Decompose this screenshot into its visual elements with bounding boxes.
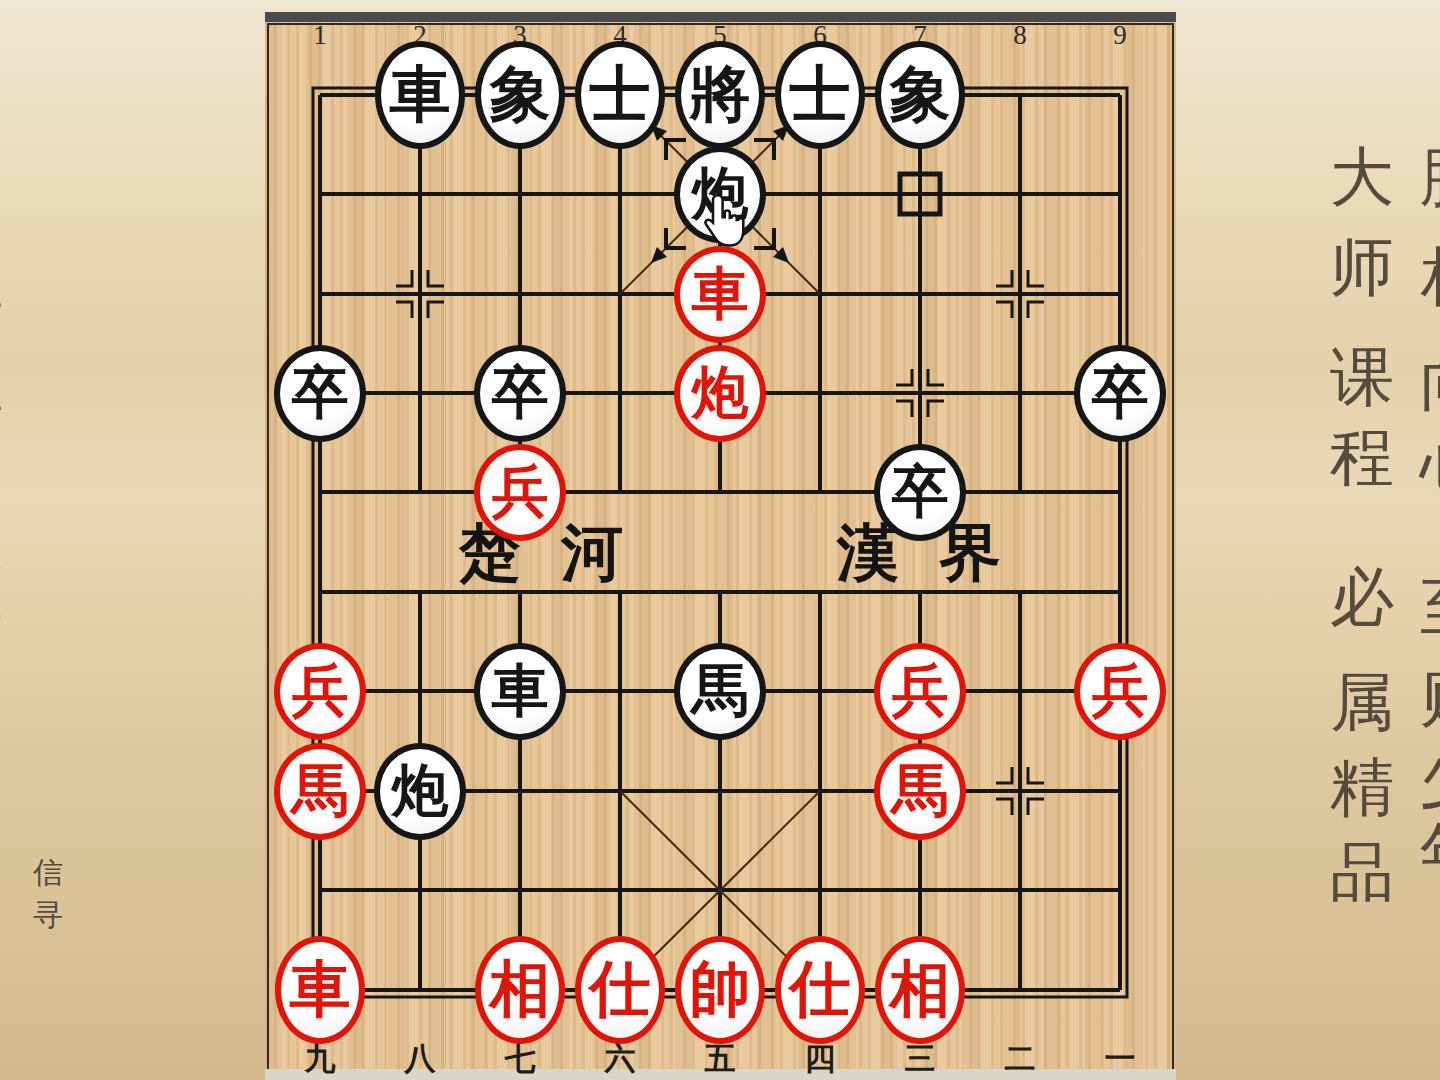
calligraphy-right: 大 [1325, 146, 1399, 210]
file-label-top-9: 9 [1100, 20, 1140, 51]
piece-red-相[interactable]: 相 [475, 936, 565, 1044]
point-marker [1028, 799, 1044, 815]
piece-black-車[interactable]: 車 [474, 643, 566, 740]
point-marker [1028, 302, 1044, 318]
calligraphy-right: 程 [1325, 426, 1399, 490]
calligraphy-right: 师 [1325, 236, 1399, 300]
calligraphy-right-edge-cut: 至 [1415, 576, 1440, 640]
point-marker [896, 401, 912, 417]
point-marker [996, 270, 1012, 286]
point-marker [928, 369, 944, 385]
calligraphy-left-small: 寻 [28, 900, 68, 930]
piece-black-象[interactable]: 象 [475, 41, 565, 149]
point-marker [928, 401, 944, 417]
point-marker [996, 767, 1012, 783]
file-label-bottom: 七 [498, 1038, 542, 1080]
piece-black-車[interactable]: 車 [375, 41, 465, 149]
file-label-bottom: 九 [298, 1038, 342, 1080]
piece-red-兵[interactable]: 兵 [274, 643, 366, 740]
piece-black-炮[interactable]: 炮 [374, 743, 466, 840]
calligraphy-left-edge-cut: 师 [0, 611, 8, 675]
point-marker [1028, 767, 1044, 783]
point-marker [896, 369, 912, 385]
piece-red-仕[interactable]: 仕 [575, 936, 665, 1044]
piece-red-仕[interactable]: 仕 [775, 936, 865, 1044]
calligraphy-left-edge-cut: 受 [0, 421, 8, 485]
calligraphy-right: 品 [1325, 841, 1399, 905]
piece-red-車[interactable]: 車 [674, 246, 766, 343]
calligraphy-right-edge-cut: 少 [1415, 746, 1440, 810]
calligraphy-left-edge-cut: 实 [0, 186, 8, 250]
piece-black-卒[interactable]: 卒 [874, 444, 966, 541]
piece-red-帥[interactable]: 帥 [675, 936, 765, 1044]
file-label-top-1: 1 [300, 20, 340, 51]
calligraphy-right: 精 [1325, 756, 1399, 820]
calligraphy-right-edge-cut: 年 [1415, 821, 1440, 885]
piece-red-兵[interactable]: 兵 [874, 643, 966, 740]
calligraphy-left-edge-cut: 课 [0, 271, 8, 335]
piece-black-士[interactable]: 士 [775, 41, 865, 149]
file-label-bottom: 一 [1098, 1038, 1142, 1080]
piece-red-炮[interactable]: 炮 [674, 345, 766, 442]
piece-red-車[interactable]: 車 [275, 936, 365, 1044]
file-label-bottom: 三 [898, 1038, 942, 1080]
point-marker [428, 302, 444, 318]
file-label-top-8: 8 [1000, 20, 1040, 51]
calligraphy-right-edge-cut: 胜 [1415, 146, 1440, 210]
piece-black-士[interactable]: 士 [575, 41, 665, 149]
calligraphy-left-edge-cut: 导 [0, 761, 8, 825]
file-label-bottom: 五 [698, 1038, 742, 1080]
point-marker [396, 270, 412, 286]
piece-red-兵[interactable]: 兵 [474, 444, 566, 541]
point-marker [996, 799, 1012, 815]
file-label-bottom: 四 [798, 1038, 842, 1080]
hand-cursor-icon [701, 193, 749, 253]
calligraphy-right-edge-cut: 心 [1415, 431, 1440, 495]
point-marker [428, 270, 444, 286]
piece-red-馬[interactable]: 馬 [874, 743, 966, 840]
calligraphy-right-edge-cut: 向 [1415, 351, 1440, 415]
calligraphy-left-edge-cut: 大 [0, 511, 8, 575]
piece-black-象[interactable]: 象 [875, 41, 965, 149]
file-label-bottom: 六 [598, 1038, 642, 1080]
file-label-bottom: 八 [398, 1038, 442, 1080]
piece-black-卒[interactable]: 卒 [1074, 345, 1166, 442]
calligraphy-right: 课 [1325, 346, 1399, 410]
point-marker [396, 302, 412, 318]
point-marker [996, 302, 1012, 318]
piece-black-卒[interactable]: 卒 [274, 345, 366, 442]
calligraphy-right: 必 [1325, 566, 1399, 630]
piece-red-相[interactable]: 相 [875, 936, 965, 1044]
calligraphy-right-edge-cut: 相 [1415, 246, 1440, 310]
point-marker [1028, 270, 1044, 286]
piece-black-馬[interactable]: 馬 [674, 643, 766, 740]
piece-red-馬[interactable]: 馬 [274, 743, 366, 840]
calligraphy-right-edge-cut: 败 [1415, 666, 1440, 730]
river-text: 河 [552, 511, 632, 595]
calligraphy-left-edge-cut: 指 [0, 691, 8, 755]
file-label-bottom: 二 [998, 1038, 1042, 1080]
piece-black-將[interactable]: 將 [675, 41, 765, 149]
piece-black-卒[interactable]: 卒 [474, 345, 566, 442]
calligraphy-right: 属 [1325, 671, 1399, 735]
piece-red-兵[interactable]: 兵 [1074, 643, 1166, 740]
calligraphy-left-small: 信 [28, 858, 68, 888]
calligraphy-left-edge-cut: 程 [0, 351, 8, 415]
